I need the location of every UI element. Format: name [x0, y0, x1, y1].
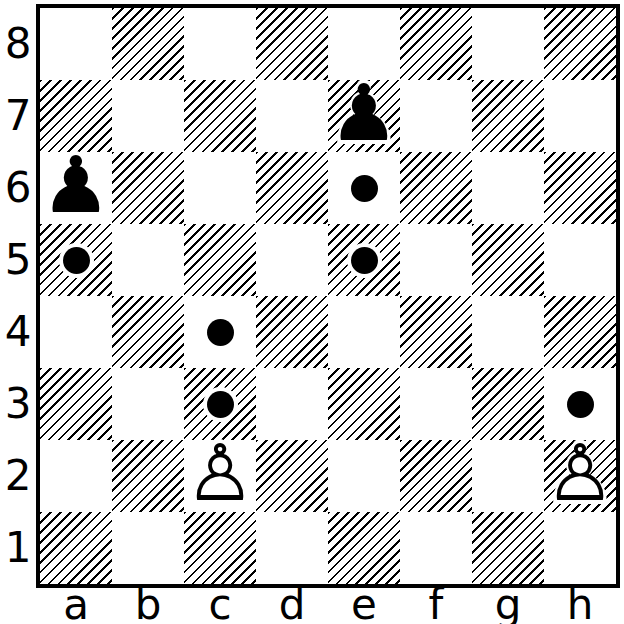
- square-f3[interactable]: [400, 368, 472, 440]
- black-pawn[interactable]: ♟♟: [329, 77, 399, 149]
- square-a3[interactable]: [40, 368, 112, 440]
- square-d6[interactable]: [256, 152, 328, 224]
- chess-diagram: 87654321 ♟♟♟♟♟♙♟♙ abcdefgh: [0, 0, 624, 624]
- move-marker-dot: [207, 391, 234, 418]
- square-d5[interactable]: [256, 224, 328, 296]
- square-h2[interactable]: ♟♙: [544, 440, 616, 512]
- square-e5[interactable]: [328, 224, 400, 296]
- square-f1[interactable]: [400, 512, 472, 584]
- move-marker-dot: [207, 319, 234, 346]
- rank-label-4: 4: [0, 296, 36, 368]
- rank-label-5: 5: [0, 224, 36, 296]
- white-pawn[interactable]: ♟♙: [185, 437, 255, 509]
- square-e1[interactable]: [328, 512, 400, 584]
- square-b7[interactable]: [112, 80, 184, 152]
- file-label-d: d: [256, 588, 328, 622]
- square-b6[interactable]: [112, 152, 184, 224]
- square-c7[interactable]: [184, 80, 256, 152]
- rank-label-6: 6: [0, 152, 36, 224]
- square-c8[interactable]: [184, 8, 256, 80]
- file-label-f: f: [400, 588, 472, 622]
- file-label-e: e: [328, 588, 400, 622]
- square-b1[interactable]: [112, 512, 184, 584]
- square-h7[interactable]: [544, 80, 616, 152]
- square-a6[interactable]: ♟♟: [40, 152, 112, 224]
- square-g1[interactable]: [472, 512, 544, 584]
- square-d8[interactable]: [256, 8, 328, 80]
- square-b2[interactable]: [112, 440, 184, 512]
- square-b3[interactable]: [112, 368, 184, 440]
- square-f8[interactable]: [400, 8, 472, 80]
- rank-labels: 87654321: [0, 8, 36, 584]
- square-e7[interactable]: ♟♟: [328, 80, 400, 152]
- square-h4[interactable]: [544, 296, 616, 368]
- square-d1[interactable]: [256, 512, 328, 584]
- file-label-g: g: [472, 588, 544, 622]
- square-a2[interactable]: [40, 440, 112, 512]
- square-f4[interactable]: [400, 296, 472, 368]
- rank-label-3: 3: [0, 368, 36, 440]
- square-a8[interactable]: [40, 8, 112, 80]
- file-labels: abcdefgh: [40, 588, 616, 622]
- square-f7[interactable]: [400, 80, 472, 152]
- white-pawn[interactable]: ♟♙: [545, 437, 615, 509]
- square-g7[interactable]: [472, 80, 544, 152]
- square-f2[interactable]: [400, 440, 472, 512]
- square-b5[interactable]: [112, 224, 184, 296]
- piece-halo: ♟: [180, 432, 260, 514]
- piece-halo: ♟: [324, 72, 404, 154]
- square-c4[interactable]: [184, 296, 256, 368]
- move-marker-dot: [63, 247, 90, 274]
- move-marker-dot: [351, 175, 378, 202]
- rank-label-7: 7: [0, 80, 36, 152]
- rank-label-8: 8: [0, 8, 36, 80]
- square-c2[interactable]: ♟♙: [184, 440, 256, 512]
- rank-label-1: 1: [0, 512, 36, 584]
- square-b8[interactable]: [112, 8, 184, 80]
- square-g4[interactable]: [472, 296, 544, 368]
- square-e2[interactable]: [328, 440, 400, 512]
- chess-board: ♟♟♟♟♟♙♟♙: [36, 4, 620, 588]
- square-g6[interactable]: [472, 152, 544, 224]
- square-c6[interactable]: [184, 152, 256, 224]
- piece-halo: ♟: [540, 432, 620, 514]
- black-pawn[interactable]: ♟♟: [41, 149, 111, 221]
- square-a1[interactable]: [40, 512, 112, 584]
- square-d4[interactable]: [256, 296, 328, 368]
- file-label-a: a: [40, 588, 112, 622]
- square-d2[interactable]: [256, 440, 328, 512]
- square-g5[interactable]: [472, 224, 544, 296]
- square-h6[interactable]: [544, 152, 616, 224]
- file-label-c: c: [184, 588, 256, 622]
- square-d7[interactable]: [256, 80, 328, 152]
- square-g3[interactable]: [472, 368, 544, 440]
- square-e4[interactable]: [328, 296, 400, 368]
- square-c5[interactable]: [184, 224, 256, 296]
- square-g2[interactable]: [472, 440, 544, 512]
- square-f6[interactable]: [400, 152, 472, 224]
- square-f5[interactable]: [400, 224, 472, 296]
- square-h5[interactable]: [544, 224, 616, 296]
- square-g8[interactable]: [472, 8, 544, 80]
- square-a4[interactable]: [40, 296, 112, 368]
- square-h8[interactable]: [544, 8, 616, 80]
- file-label-h: h: [544, 588, 616, 622]
- piece-halo: ♟: [36, 144, 116, 226]
- square-d3[interactable]: [256, 368, 328, 440]
- file-label-b: b: [112, 588, 184, 622]
- square-e3[interactable]: [328, 368, 400, 440]
- move-marker-dot: [351, 247, 378, 274]
- move-marker-dot: [567, 391, 594, 418]
- rank-label-2: 2: [0, 440, 36, 512]
- square-b4[interactable]: [112, 296, 184, 368]
